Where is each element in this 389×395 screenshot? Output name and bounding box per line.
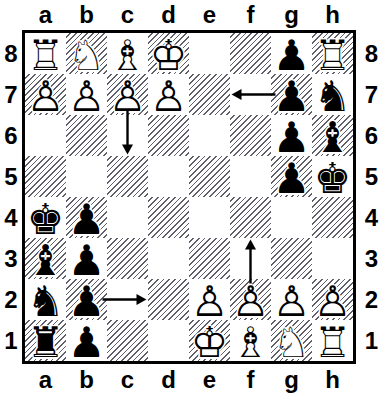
arrow-b2-c2 (103, 294, 147, 305)
file-label-h: h (312, 0, 353, 30)
file-label-f: f (230, 364, 271, 395)
rank-label-6: 6 (0, 115, 22, 156)
rank-label-4: 4 (0, 197, 22, 238)
rank-labels-left: 87654321 (0, 33, 22, 361)
file-label-f: f (230, 0, 271, 30)
rank-label-1: 1 (0, 320, 22, 361)
rank-label-2: 2 (356, 279, 387, 320)
chess-board: ♜♖♞♘♝♗♚♔♟♟♜♖♟♙♟♙♟♙♟♙♟♟♞♞♟♟♝♝♟♟♚♚♚♚♟♟♝♝♟♟… (22, 30, 356, 364)
arrow-c7-c6 (122, 111, 133, 155)
arrow-f2-f3 (245, 240, 256, 284)
file-labels-bottom: abcdefgh (25, 364, 353, 395)
file-label-g: g (271, 0, 312, 30)
rank-label-6: 6 (356, 115, 387, 156)
file-label-b: b (66, 0, 107, 30)
file-label-h: h (312, 364, 353, 395)
file-label-a: a (25, 364, 66, 395)
file-label-d: d (148, 0, 189, 30)
file-label-e: e (189, 0, 230, 30)
file-label-c: c (107, 364, 148, 395)
file-label-g: g (271, 364, 312, 395)
rank-label-8: 8 (0, 33, 22, 74)
rank-label-4: 4 (356, 197, 387, 238)
chess-diagram: abcdefgh abcdefgh 87654321 87654321 ♜♖♞♘… (0, 0, 389, 395)
rank-label-7: 7 (0, 74, 22, 115)
file-label-e: e (189, 364, 230, 395)
arrow-layer (25, 33, 353, 361)
rank-labels-right: 87654321 (356, 33, 387, 361)
rank-label-7: 7 (356, 74, 387, 115)
file-label-b: b (66, 364, 107, 395)
rank-label-1: 1 (356, 320, 387, 361)
file-label-a: a (25, 0, 66, 30)
rank-label-5: 5 (356, 156, 387, 197)
rank-label-2: 2 (0, 279, 22, 320)
file-label-c: c (107, 0, 148, 30)
file-labels-top: abcdefgh (25, 0, 353, 30)
rank-label-5: 5 (0, 156, 22, 197)
rank-label-3: 3 (356, 238, 387, 279)
arrow-g7-f7 (232, 89, 276, 100)
rank-label-8: 8 (356, 33, 387, 74)
file-label-d: d (148, 364, 189, 395)
rank-label-3: 3 (0, 238, 22, 279)
